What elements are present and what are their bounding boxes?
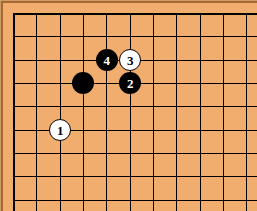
stone-white-move-3: 3 [119,49,141,71]
stone-black-plain [72,72,94,94]
go-board: 1234 [3,3,257,211]
stone-black-move-2: 2 [119,72,141,94]
stone-white-move-1: 1 [49,119,71,141]
stones-layer: 1234 [3,3,257,211]
go-board-frame: 1234 [0,0,257,211]
stone-black-move-4: 4 [96,49,118,71]
